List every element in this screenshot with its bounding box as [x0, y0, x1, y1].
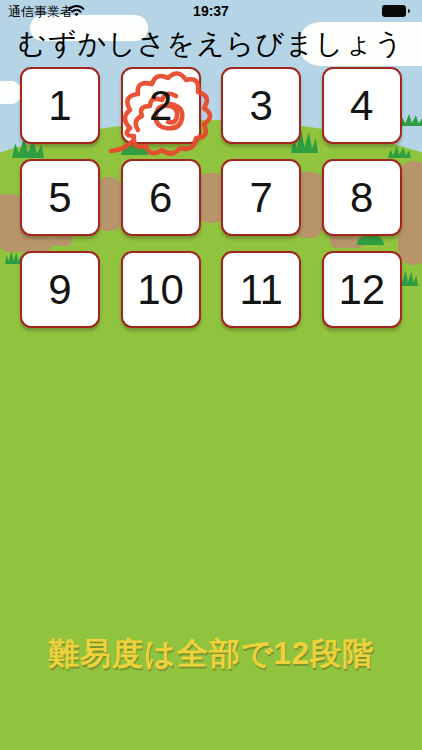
difficulty-button-5[interactable]: 5 — [20, 159, 100, 236]
difficulty-button-7[interactable]: 7 — [221, 159, 301, 236]
difficulty-label: 9 — [48, 269, 71, 311]
difficulty-label: 5 — [48, 177, 71, 219]
page-title: むずかしさをえらびましょう — [0, 25, 422, 63]
difficulty-grid: 1 2 3 4 5 6 7 8 9 10 11 12 — [20, 67, 402, 328]
difficulty-label: 12 — [338, 269, 385, 311]
difficulty-label: 2 — [149, 85, 172, 127]
difficulty-button-11[interactable]: 11 — [221, 251, 301, 328]
difficulty-label: 6 — [149, 177, 172, 219]
status-bar: 通信事業者 19:37 — [0, 0, 422, 22]
clock: 19:37 — [0, 3, 422, 19]
difficulty-button-3[interactable]: 3 — [221, 67, 301, 144]
difficulty-label: 1 — [48, 85, 71, 127]
difficulty-button-12[interactable]: 12 — [322, 251, 402, 328]
difficulty-label: 11 — [239, 269, 283, 311]
footer-caption: 難易度は全部で12段階 — [0, 633, 422, 675]
difficulty-label: 7 — [250, 177, 273, 219]
difficulty-button-8[interactable]: 8 — [322, 159, 402, 236]
difficulty-button-4[interactable]: 4 — [322, 67, 402, 144]
battery-icon — [382, 5, 406, 17]
difficulty-label: 4 — [350, 85, 373, 127]
app-screen: 通信事業者 19:37 むずかしさをえらびましょう 1 2 — [0, 0, 422, 750]
difficulty-button-10[interactable]: 10 — [121, 251, 201, 328]
difficulty-button-2[interactable]: 2 — [121, 67, 201, 144]
difficulty-label: 10 — [137, 269, 184, 311]
cloud — [0, 81, 22, 104]
difficulty-button-9[interactable]: 9 — [20, 251, 100, 328]
difficulty-button-1[interactable]: 1 — [20, 67, 100, 144]
difficulty-button-6[interactable]: 6 — [121, 159, 201, 236]
difficulty-label: 8 — [350, 177, 373, 219]
difficulty-label: 3 — [250, 85, 273, 127]
